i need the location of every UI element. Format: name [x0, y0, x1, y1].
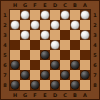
black-checker-d6[interactable]	[51, 61, 59, 69]
black-checker-d8[interactable]	[51, 81, 59, 89]
square-a5[interactable]	[80, 50, 90, 60]
square-d3[interactable]	[50, 30, 60, 40]
square-g1[interactable]	[20, 10, 30, 20]
square-e4[interactable]	[40, 40, 50, 50]
checkers-app-window: HGFEDCBAHGFEDCBA1234567812345678	[0, 0, 100, 100]
square-f6[interactable]	[30, 60, 40, 70]
square-f4[interactable]	[30, 40, 40, 50]
white-checker-h2[interactable]	[11, 21, 19, 29]
square-d1[interactable]	[50, 10, 60, 20]
square-d4[interactable]	[50, 40, 60, 50]
white-checker-d4[interactable]	[51, 41, 59, 49]
white-checker-a3[interactable]	[81, 31, 89, 39]
file-label-top-d: D	[50, 1, 60, 9]
square-a2[interactable]	[80, 20, 90, 30]
square-h4[interactable]	[10, 40, 20, 50]
rank-label-left-8: 8	[1, 80, 9, 90]
square-a1[interactable]	[80, 10, 90, 20]
file-label-top-b: B	[70, 1, 80, 9]
white-checker-e3[interactable]	[41, 31, 49, 39]
square-h3[interactable]	[10, 30, 20, 40]
file-label-top-c: C	[60, 1, 70, 9]
square-f1[interactable]	[30, 10, 40, 20]
square-f7[interactable]	[30, 70, 40, 80]
file-label-bottom-g: G	[20, 91, 30, 99]
black-checker-e7[interactable]	[41, 71, 49, 79]
black-checker-b6[interactable]	[71, 61, 79, 69]
square-c4[interactable]	[60, 40, 70, 50]
rank-label-left-4: 4	[1, 40, 9, 50]
square-g8[interactable]	[20, 80, 30, 90]
square-g3[interactable]	[20, 30, 30, 40]
square-d8[interactable]	[50, 80, 60, 90]
square-e6[interactable]	[40, 60, 50, 70]
square-c6[interactable]	[60, 60, 70, 70]
black-checker-a7[interactable]	[81, 71, 89, 79]
square-a8[interactable]	[80, 80, 90, 90]
square-e8[interactable]	[40, 80, 50, 90]
square-h5[interactable]	[10, 50, 20, 60]
square-c5[interactable]	[60, 50, 70, 60]
square-f5[interactable]	[30, 50, 40, 60]
file-label-top-g: G	[20, 1, 30, 9]
white-checker-g1[interactable]	[21, 11, 29, 19]
file-label-top-f: F	[30, 1, 40, 9]
rank-label-left-2: 2	[1, 20, 9, 30]
rank-label-right-2: 2	[91, 20, 99, 30]
square-c7[interactable]	[60, 70, 70, 80]
white-checker-a1[interactable]	[81, 11, 89, 19]
rank-label-left-6: 6	[1, 60, 9, 70]
checkers-board[interactable]	[10, 10, 90, 90]
rank-label-right-6: 6	[91, 60, 99, 70]
rank-label-left-3: 3	[1, 30, 9, 40]
square-c1[interactable]	[60, 10, 70, 20]
square-g5[interactable]	[20, 50, 30, 60]
square-c3[interactable]	[60, 30, 70, 40]
rank-label-right-1: 1	[91, 10, 99, 20]
file-label-bottom-a: A	[80, 91, 90, 99]
square-g6[interactable]	[20, 60, 30, 70]
black-checker-c7[interactable]	[61, 71, 69, 79]
square-g4[interactable]	[20, 40, 30, 50]
square-b8[interactable]	[70, 80, 80, 90]
white-checker-c1[interactable]	[61, 11, 69, 19]
square-h2[interactable]	[10, 20, 20, 30]
square-g2[interactable]	[20, 20, 30, 30]
black-checker-g7[interactable]	[21, 71, 29, 79]
square-c2[interactable]	[60, 20, 70, 30]
black-checker-e5[interactable]	[41, 51, 49, 59]
square-b2[interactable]	[70, 20, 80, 30]
black-checker-f8[interactable]	[31, 81, 39, 89]
square-h1[interactable]	[10, 10, 20, 20]
square-b3[interactable]	[70, 30, 80, 40]
square-b5[interactable]	[70, 50, 80, 60]
square-e1[interactable]	[40, 10, 50, 20]
white-checker-d2[interactable]	[51, 21, 59, 29]
file-label-top-a: A	[80, 1, 90, 9]
square-h8[interactable]	[10, 80, 20, 90]
black-checker-h6[interactable]	[11, 61, 19, 69]
square-b6[interactable]	[70, 60, 80, 70]
white-checker-f2[interactable]	[31, 21, 39, 29]
square-a4[interactable]	[80, 40, 90, 50]
square-h6[interactable]	[10, 60, 20, 70]
square-c8[interactable]	[60, 80, 70, 90]
white-checker-b2[interactable]	[71, 21, 79, 29]
file-label-top-e: E	[40, 1, 50, 9]
square-d5[interactable]	[50, 50, 60, 60]
rank-label-left-7: 7	[1, 70, 9, 80]
rank-label-left-5: 5	[1, 50, 9, 60]
file-label-bottom-b: B	[70, 91, 80, 99]
white-checker-g3[interactable]	[21, 31, 29, 39]
square-d2[interactable]	[50, 20, 60, 30]
rank-label-right-7: 7	[91, 70, 99, 80]
rank-label-right-4: 4	[91, 40, 99, 50]
square-a7[interactable]	[80, 70, 90, 80]
square-a3[interactable]	[80, 30, 90, 40]
square-f8[interactable]	[30, 80, 40, 90]
file-label-bottom-e: E	[40, 91, 50, 99]
square-f2[interactable]	[30, 20, 40, 30]
file-label-bottom-d: D	[50, 91, 60, 99]
rank-label-right-5: 5	[91, 50, 99, 60]
square-a6[interactable]	[80, 60, 90, 70]
rank-label-right-8: 8	[91, 80, 99, 90]
square-e3[interactable]	[40, 30, 50, 40]
square-e2[interactable]	[40, 20, 50, 30]
square-b7[interactable]	[70, 70, 80, 80]
rank-label-right-3: 3	[91, 30, 99, 40]
file-label-bottom-c: C	[60, 91, 70, 99]
square-b4[interactable]	[70, 40, 80, 50]
square-d6[interactable]	[50, 60, 60, 70]
file-label-bottom-f: F	[30, 91, 40, 99]
square-d7[interactable]	[50, 70, 60, 80]
file-label-bottom-h: H	[10, 91, 20, 99]
square-h7[interactable]	[10, 70, 20, 80]
rank-label-left-1: 1	[1, 10, 9, 20]
square-b1[interactable]	[70, 10, 80, 20]
black-checker-h8[interactable]	[11, 81, 19, 89]
square-g7[interactable]	[20, 70, 30, 80]
black-checker-b8[interactable]	[71, 81, 79, 89]
square-e7[interactable]	[40, 70, 50, 80]
file-label-top-h: H	[10, 1, 20, 9]
square-e5[interactable]	[40, 50, 50, 60]
square-f3[interactable]	[30, 30, 40, 40]
white-checker-e1[interactable]	[41, 11, 49, 19]
